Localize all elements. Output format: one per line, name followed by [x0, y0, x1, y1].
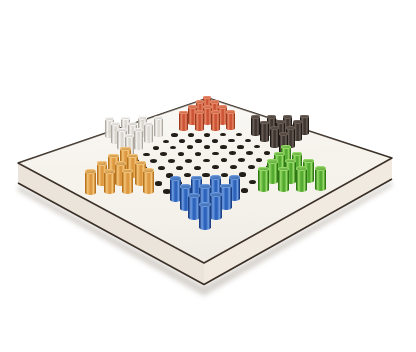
peg-white[interactable] — [144, 122, 153, 143]
hole[interactable] — [160, 152, 167, 156]
peg-top-face — [218, 105, 227, 109]
hole[interactable] — [249, 180, 256, 184]
peg-cylinder-body — [143, 171, 154, 194]
hole[interactable] — [254, 145, 260, 149]
hole[interactable] — [204, 133, 210, 137]
peg-top-face — [179, 111, 188, 115]
hole[interactable] — [229, 151, 236, 155]
hole[interactable] — [203, 159, 210, 163]
hole[interactable] — [212, 139, 218, 143]
peg-top-face — [105, 117, 114, 121]
hole[interactable] — [246, 151, 253, 155]
hole[interactable] — [195, 139, 201, 143]
peg-green[interactable] — [296, 166, 307, 191]
peg-orange[interactable] — [104, 169, 115, 195]
hole[interactable] — [170, 146, 176, 150]
hole[interactable] — [245, 139, 251, 143]
peg-top-face — [188, 105, 197, 109]
hole[interactable] — [163, 140, 169, 144]
peg-top-face — [283, 115, 292, 119]
hole[interactable] — [187, 145, 193, 149]
peg-green[interactable] — [278, 167, 289, 192]
hole[interactable] — [204, 145, 210, 149]
peg-top-face — [267, 159, 278, 163]
peg-cylinder-body — [315, 168, 326, 191]
peg-white[interactable] — [154, 116, 163, 137]
peg-cylinder-body — [144, 124, 153, 143]
peg-top-face — [154, 116, 163, 120]
peg-cylinder-body — [296, 169, 307, 192]
hole[interactable] — [212, 165, 219, 169]
peg-cylinder-body — [179, 112, 188, 131]
peg-top-face — [188, 193, 200, 198]
peg-black[interactable] — [251, 115, 260, 136]
hole[interactable] — [195, 152, 202, 156]
peg-top-face — [196, 100, 204, 104]
peg-top-face — [104, 169, 115, 174]
hole[interactable] — [153, 146, 159, 150]
hole[interactable] — [168, 159, 175, 163]
peg-top-face — [303, 159, 314, 163]
hole[interactable] — [236, 133, 242, 137]
peg-orange[interactable] — [143, 168, 154, 194]
hole[interactable] — [221, 173, 228, 177]
peg-top-face — [143, 168, 154, 173]
peg-red[interactable] — [195, 110, 204, 130]
hole[interactable] — [179, 139, 185, 143]
hole[interactable] — [239, 172, 246, 176]
peg-blue[interactable] — [220, 184, 232, 211]
peg-blue[interactable] — [199, 202, 211, 230]
peg-top-face — [199, 202, 211, 207]
hole[interactable] — [256, 158, 263, 162]
peg-cylinder-body — [211, 112, 220, 131]
peg-top-face — [278, 167, 289, 172]
peg-top-face — [85, 169, 96, 174]
peg-white[interactable] — [134, 128, 144, 150]
hole[interactable] — [185, 159, 192, 163]
peg-black[interactable] — [260, 121, 269, 142]
hole[interactable] — [150, 159, 157, 163]
peg-cylinder-body — [122, 171, 133, 194]
peg-top-face — [203, 105, 212, 109]
peg-top-face — [134, 128, 144, 132]
peg-cylinder-body — [85, 171, 96, 194]
hole[interactable] — [238, 158, 245, 162]
peg-cylinder-body — [210, 195, 222, 220]
hole[interactable] — [158, 166, 165, 170]
peg-green[interactable] — [315, 166, 326, 191]
peg-top-face — [226, 110, 235, 114]
peg-top-face — [115, 161, 126, 166]
peg-top-face — [315, 166, 326, 171]
peg-cylinder-body — [199, 204, 211, 230]
hole[interactable] — [212, 152, 219, 156]
hole[interactable] — [241, 188, 248, 192]
peg-cylinder-body — [260, 123, 269, 142]
peg-top-face — [180, 184, 192, 189]
peg-top-face — [203, 96, 211, 99]
hole[interactable] — [188, 133, 194, 137]
peg-top-face — [211, 110, 220, 114]
peg-top-face — [199, 184, 211, 189]
peg-top-face — [251, 115, 260, 119]
peg-top-face — [267, 115, 276, 119]
peg-cylinder-body — [258, 169, 269, 192]
peg-top-face — [97, 161, 108, 166]
hole[interactable] — [178, 152, 185, 156]
scene — [0, 0, 416, 352]
peg-top-face — [210, 100, 218, 104]
peg-cylinder-body — [220, 186, 232, 210]
hole[interactable] — [143, 153, 150, 157]
peg-top-face — [127, 154, 137, 158]
peg-cylinder-body — [251, 117, 260, 136]
peg-blue[interactable] — [210, 192, 222, 220]
hole[interactable] — [194, 166, 201, 170]
peg-orange[interactable] — [122, 169, 133, 195]
hole[interactable] — [176, 166, 183, 170]
peg-top-face — [170, 176, 181, 181]
peg-red[interactable] — [226, 110, 235, 130]
peg-top-face — [144, 122, 153, 126]
hole[interactable] — [220, 133, 226, 137]
peg-cylinder-body — [134, 130, 144, 150]
peg-top-face — [296, 166, 307, 171]
peg-red[interactable] — [211, 110, 220, 130]
hole[interactable] — [264, 151, 271, 155]
hole[interactable] — [220, 145, 226, 149]
hole[interactable] — [221, 158, 228, 162]
peg-top-face — [274, 152, 284, 156]
peg-cylinder-body — [195, 112, 204, 131]
hole[interactable] — [202, 173, 209, 177]
hole[interactable] — [171, 133, 177, 137]
hole[interactable] — [230, 165, 237, 169]
hole[interactable] — [237, 145, 243, 149]
peg-cylinder-body — [104, 171, 115, 194]
hole[interactable] — [228, 139, 234, 143]
peg-top-face — [117, 128, 127, 132]
peg-top-face — [229, 175, 240, 180]
hole[interactable] — [248, 165, 255, 169]
peg-cylinder-body — [154, 118, 163, 137]
hole[interactable] — [155, 181, 162, 185]
peg-orange[interactable] — [85, 169, 96, 195]
pieces-layer — [0, 0, 416, 352]
peg-red[interactable] — [179, 111, 188, 131]
peg-cylinder-body — [226, 112, 235, 131]
peg-green[interactable] — [258, 167, 269, 192]
peg-top-face — [120, 147, 130, 151]
peg-cylinder-body — [278, 169, 289, 192]
